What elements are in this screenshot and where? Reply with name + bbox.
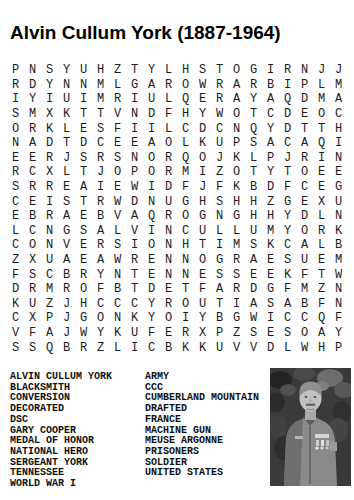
grid-cell: S xyxy=(109,151,126,166)
grid-cell: L xyxy=(109,78,126,93)
grid-cell: O xyxy=(177,297,194,312)
grid-cell: O xyxy=(75,282,92,297)
grid-cell: O xyxy=(160,136,177,151)
grid-cell: I xyxy=(194,165,211,180)
page-title: Alvin Cullum York (1887-1964) xyxy=(10,22,281,44)
grid-cell: B xyxy=(296,297,313,312)
grid-cell: E xyxy=(75,253,92,268)
grid-cell: K xyxy=(177,340,194,355)
grid-cell: I xyxy=(279,78,296,93)
grid-cell: E xyxy=(75,209,92,224)
grid-cell: C xyxy=(92,297,109,312)
grid-cell: R xyxy=(75,267,92,282)
grid-cell: T xyxy=(279,165,296,180)
grid-cell: K xyxy=(279,267,296,282)
grid-cell: K xyxy=(7,297,24,312)
grid-cell: K xyxy=(109,326,126,341)
grid-cell: A xyxy=(262,136,279,151)
grid-cell: L xyxy=(160,92,177,107)
grid-cell: E xyxy=(109,136,126,151)
grid-cell: C xyxy=(7,311,24,326)
grid-cell: C xyxy=(296,180,313,195)
grid-cell: A xyxy=(143,136,160,151)
grid-cell: H xyxy=(228,194,245,209)
grid-cell: E xyxy=(7,209,24,224)
grid-cell: E xyxy=(75,121,92,136)
grid-cell: L xyxy=(7,224,24,239)
grid-cell: R xyxy=(228,282,245,297)
grid-cell: E xyxy=(194,92,211,107)
grid-cell: L xyxy=(160,121,177,136)
grid-cell: R xyxy=(58,282,75,297)
grid-cell: B xyxy=(58,340,75,355)
grid-cell: E xyxy=(126,136,143,151)
grid-cell: F xyxy=(24,326,41,341)
grid-cell: R xyxy=(7,78,24,93)
grid-cell: F xyxy=(177,180,194,195)
wordsearch-grid: PNSYUHZTYLHSTOGIRNJJRDYNNMLGAROWRARBIPLM… xyxy=(7,63,347,355)
grid-cell: L xyxy=(313,209,330,224)
grid-cell: N xyxy=(160,224,177,239)
grid-cell: K xyxy=(228,151,245,166)
grid-cell: Y xyxy=(262,165,279,180)
grid-cell: N xyxy=(177,267,194,282)
grid-cell: J xyxy=(58,151,75,166)
grid-cell: P xyxy=(296,78,313,93)
grid-cell: P xyxy=(7,63,24,78)
grid-cell: V xyxy=(228,340,245,355)
grid-cell: K xyxy=(262,238,279,253)
grid-cell: H xyxy=(262,209,279,224)
grid-cell: K xyxy=(58,107,75,122)
grid-cell: S xyxy=(279,253,296,268)
grid-cell: S xyxy=(228,267,245,282)
grid-cell: A xyxy=(313,326,330,341)
grid-cell: C xyxy=(41,267,58,282)
grid-cell: L xyxy=(245,151,262,166)
grid-cell: C xyxy=(279,311,296,326)
grid-cell: R xyxy=(92,151,109,166)
grid-cell: Y xyxy=(92,267,109,282)
grid-cell: T xyxy=(313,121,330,136)
grid-cell: O xyxy=(143,238,160,253)
grid-cell: D xyxy=(296,92,313,107)
grid-cell: W xyxy=(75,326,92,341)
grid-cell: U xyxy=(75,63,92,78)
grid-cell: A xyxy=(75,180,92,195)
grid-cell: Q xyxy=(279,92,296,107)
grid-cell: W xyxy=(126,180,143,195)
grid-cell: C xyxy=(177,224,194,239)
grid-cell: T xyxy=(75,165,92,180)
grid-cell: R xyxy=(41,151,58,166)
grid-cell: W xyxy=(296,340,313,355)
grid-cell: E xyxy=(143,267,160,282)
grid-cell: K xyxy=(194,136,211,151)
mustache xyxy=(306,404,316,407)
grid-cell: E xyxy=(262,253,279,268)
shoulder-patch xyxy=(330,442,337,451)
grid-cell: G xyxy=(228,209,245,224)
grid-cell: N xyxy=(211,209,228,224)
grid-cell: Y xyxy=(245,92,262,107)
grid-cell: E xyxy=(109,180,126,195)
grid-cell: B xyxy=(245,180,262,195)
grid-cell: E xyxy=(330,165,347,180)
grid-cell: E xyxy=(58,180,75,195)
grid-cell: Y xyxy=(143,63,160,78)
grid-cell: R xyxy=(160,297,177,312)
grid-cell: G xyxy=(75,311,92,326)
grid-cell: T xyxy=(58,136,75,151)
grid-cell: E xyxy=(24,151,41,166)
grid-cell: H xyxy=(330,121,347,136)
grid-cell: U xyxy=(58,92,75,107)
grid-cell: F xyxy=(92,282,109,297)
grid-cell: N xyxy=(160,253,177,268)
grid-cell: P xyxy=(228,136,245,151)
grid-cell: M xyxy=(177,165,194,180)
grid-cell: O xyxy=(143,151,160,166)
grid-cell: G xyxy=(211,253,228,268)
grid-cell: A xyxy=(228,78,245,93)
grid-cell: I xyxy=(126,92,143,107)
grid-cell: Q xyxy=(313,136,330,151)
grid-cell: B xyxy=(160,340,177,355)
grid-cell: E xyxy=(262,326,279,341)
grid-cell: E xyxy=(262,267,279,282)
word-list-item: DSC xyxy=(10,415,145,426)
grid-cell: K xyxy=(126,311,143,326)
grid-cell: M xyxy=(41,282,58,297)
grid-cell: Z xyxy=(211,165,228,180)
word-list-item: FRANCE xyxy=(145,415,271,426)
grid-cell: Z xyxy=(109,63,126,78)
grid-cell: I xyxy=(143,224,160,239)
grid-cell: J xyxy=(211,151,228,166)
grid-cell: L xyxy=(228,224,245,239)
grid-cell: N xyxy=(7,136,24,151)
grid-cell: V xyxy=(7,326,24,341)
grid-cell: N xyxy=(330,297,347,312)
grid-cell: U xyxy=(41,253,58,268)
grid-cell: Q xyxy=(177,92,194,107)
grid-cell: O xyxy=(143,165,160,180)
grid-cell: C xyxy=(143,340,160,355)
grid-cell: I xyxy=(262,311,279,326)
grid-cell: D xyxy=(279,121,296,136)
grid-cell: N xyxy=(143,194,160,209)
grid-cell: B xyxy=(109,282,126,297)
grid-cell: S xyxy=(24,340,41,355)
grid-cell: D xyxy=(143,107,160,122)
grid-cell: R xyxy=(279,63,296,78)
grid-cell: Y xyxy=(58,63,75,78)
grid-cell: I xyxy=(143,121,160,136)
grid-cell: O xyxy=(194,151,211,166)
grid-cell: V xyxy=(245,340,262,355)
grid-cell: A xyxy=(279,297,296,312)
grid-cell: T xyxy=(194,238,211,253)
grid-cell: S xyxy=(245,238,262,253)
grid-cell: Y xyxy=(41,78,58,93)
grid-cell: E xyxy=(313,180,330,195)
grid-cell: X xyxy=(194,326,211,341)
grid-cell: M xyxy=(92,92,109,107)
grid-cell: C xyxy=(177,121,194,136)
grid-cell: U xyxy=(194,297,211,312)
grid-cell: R xyxy=(7,165,24,180)
grid-cell: J xyxy=(92,165,109,180)
grid-cell: E xyxy=(296,107,313,122)
grid-cell: E xyxy=(245,267,262,282)
grid-cell: O xyxy=(194,253,211,268)
grid-cell: F xyxy=(7,267,24,282)
grid-cell: O xyxy=(177,78,194,93)
grid-cell: L xyxy=(313,78,330,93)
grid-cell: N xyxy=(75,78,92,93)
grid-cell: A xyxy=(211,282,228,297)
grid-cell: H xyxy=(177,107,194,122)
grid-cell: Y xyxy=(262,121,279,136)
grid-cell: C xyxy=(262,107,279,122)
grid-cell: T xyxy=(211,63,228,78)
grid-cell: T xyxy=(92,107,109,122)
grid-cell: R xyxy=(24,180,41,195)
grid-cell: W xyxy=(211,107,228,122)
grid-cell: O xyxy=(24,238,41,253)
grid-cell: U xyxy=(330,194,347,209)
grid-cell: E xyxy=(296,194,313,209)
grid-cell: N xyxy=(24,63,41,78)
grid-cell: X xyxy=(313,194,330,209)
grid-cell: A xyxy=(58,209,75,224)
grid-cell: S xyxy=(279,326,296,341)
grid-cell: S xyxy=(7,340,24,355)
grid-cell: N xyxy=(126,107,143,122)
grid-cell: R xyxy=(228,253,245,268)
grid-cell: O xyxy=(296,165,313,180)
grid-cell: Y xyxy=(143,297,160,312)
grid-cell: S xyxy=(24,267,41,282)
grid-cell: L xyxy=(58,165,75,180)
grid-cell: T xyxy=(126,63,143,78)
grid-cell: O xyxy=(109,165,126,180)
grid-cell: U xyxy=(194,224,211,239)
grid-cell: J xyxy=(58,326,75,341)
grid-cell: F xyxy=(143,326,160,341)
grid-cell: D xyxy=(126,194,143,209)
grid-cell: W xyxy=(330,267,347,282)
grid-cell: E xyxy=(160,282,177,297)
word-list-item: ARMY xyxy=(145,372,271,383)
grid-cell: S xyxy=(7,180,24,195)
grid-cell: F xyxy=(211,180,228,195)
grid-cell: A xyxy=(296,136,313,151)
grid-cell: U xyxy=(160,194,177,209)
grid-cell: M xyxy=(330,78,347,93)
grid-cell: Q xyxy=(41,340,58,355)
grid-cell: Y xyxy=(279,224,296,239)
grid-cell: O xyxy=(160,311,177,326)
word-list-item: UNITED STATES xyxy=(145,468,271,479)
grid-cell: A xyxy=(24,136,41,151)
grid-cell: M xyxy=(330,253,347,268)
grid-cell: G xyxy=(330,180,347,195)
grid-cell: X xyxy=(24,253,41,268)
grid-cell: G xyxy=(228,311,245,326)
word-list-right: ARMYCCCCUMBERLAND MOUNTAINDRAFTEDFRANCEM… xyxy=(145,372,271,490)
grid-cell: J xyxy=(58,297,75,312)
grid-cell: D xyxy=(75,136,92,151)
grid-cell: E xyxy=(313,253,330,268)
grid-cell: Z xyxy=(92,340,109,355)
grid-cell: N xyxy=(330,282,347,297)
grid-cell: G xyxy=(262,282,279,297)
grid-cell: I xyxy=(126,340,143,355)
grid-cell: M xyxy=(313,92,330,107)
grid-cell: T xyxy=(75,107,92,122)
word-list-item: WORLD WAR I xyxy=(10,479,145,490)
grid-cell: P xyxy=(41,311,58,326)
grid-cell: A xyxy=(262,92,279,107)
grid-cell: M xyxy=(92,78,109,93)
grid-cell: C xyxy=(24,224,41,239)
grid-cell: F xyxy=(279,180,296,195)
grid-cell: N xyxy=(330,209,347,224)
grid-cell: O xyxy=(313,107,330,122)
grid-cell: O xyxy=(228,165,245,180)
grid-cell: T xyxy=(313,267,330,282)
grid-cell: P xyxy=(211,326,228,341)
grid-cell: Y xyxy=(194,107,211,122)
grid-cell: E xyxy=(75,238,92,253)
grid-cell: D xyxy=(245,282,262,297)
grid-cell: N xyxy=(126,151,143,166)
grid-cell: G xyxy=(194,209,211,224)
grid-cell: D xyxy=(160,180,177,195)
grid-cell: R xyxy=(24,121,41,136)
grid-cell: R xyxy=(211,78,228,93)
grid-cell: B xyxy=(92,209,109,224)
grid-cell: T xyxy=(245,165,262,180)
grid-cell: N xyxy=(160,267,177,282)
grid-cell: N xyxy=(109,267,126,282)
grid-cell: G xyxy=(126,78,143,93)
grid-cell: I xyxy=(313,151,330,166)
grid-cell: R xyxy=(41,209,58,224)
grid-cell: C xyxy=(279,238,296,253)
grid-cell: E xyxy=(160,326,177,341)
york-photo xyxy=(270,368,351,486)
grid-cell: G xyxy=(245,63,262,78)
grid-cell: S xyxy=(75,224,92,239)
grid-cell: L xyxy=(211,224,228,239)
grid-cell: O xyxy=(228,63,245,78)
grid-cell: R xyxy=(160,165,177,180)
grid-cell: T xyxy=(177,282,194,297)
grid-cell: U xyxy=(24,297,41,312)
grid-cell: K xyxy=(41,121,58,136)
grid-cell: D xyxy=(7,282,24,297)
grid-cell: J xyxy=(313,63,330,78)
grid-cell: I xyxy=(41,194,58,209)
grid-cell: N xyxy=(41,238,58,253)
grid-cell: I xyxy=(41,92,58,107)
grid-cell: U xyxy=(143,92,160,107)
grid-cell: B xyxy=(58,267,75,282)
grid-cell: O xyxy=(177,209,194,224)
grid-cell: L xyxy=(109,340,126,355)
grid-cell: R xyxy=(160,209,177,224)
grid-cell: C xyxy=(279,136,296,151)
grid-cell: H xyxy=(245,209,262,224)
grid-cell: P xyxy=(126,165,143,180)
grid-cell: S xyxy=(211,194,228,209)
grid-cell: X xyxy=(41,165,58,180)
grid-cell: A xyxy=(245,253,262,268)
grid-cell: A xyxy=(330,92,347,107)
grid-cell: J xyxy=(58,311,75,326)
grid-cell: R xyxy=(211,92,228,107)
grid-cell: C xyxy=(24,165,41,180)
grid-cell: A xyxy=(245,297,262,312)
grid-cell: W xyxy=(109,194,126,209)
grid-cell: M xyxy=(24,107,41,122)
grid-cell: V xyxy=(109,209,126,224)
grid-cell: R xyxy=(313,224,330,239)
grid-cell: L xyxy=(160,63,177,78)
grid-cell: F xyxy=(330,311,347,326)
eye-right xyxy=(314,396,317,398)
grid-cell: A xyxy=(126,209,143,224)
grid-cell: J xyxy=(194,180,211,195)
grid-cell: P xyxy=(330,340,347,355)
grid-cell: H xyxy=(92,63,109,78)
grid-cell: U xyxy=(126,326,143,341)
grid-cell: A xyxy=(228,92,245,107)
grid-cell: B xyxy=(211,311,228,326)
grid-cell: O xyxy=(7,121,24,136)
word-list-item: DECORATED xyxy=(10,404,145,415)
grid-cell: C xyxy=(109,297,126,312)
grid-cell: R xyxy=(160,78,177,93)
grid-cell: X xyxy=(24,311,41,326)
grid-cell: S xyxy=(245,326,262,341)
grid-cell: C xyxy=(296,311,313,326)
grid-cell: R xyxy=(92,194,109,209)
grid-cell: F xyxy=(279,282,296,297)
grid-cell: D xyxy=(143,282,160,297)
grid-cell: Y xyxy=(143,311,160,326)
grid-cell: H xyxy=(75,297,92,312)
grid-cell: E xyxy=(7,151,24,166)
grid-cell: F xyxy=(194,282,211,297)
grid-cell: C xyxy=(7,238,24,253)
grid-cell: Y xyxy=(92,326,109,341)
grid-cell: D xyxy=(262,180,279,195)
grid-cell: F xyxy=(313,297,330,312)
grid-cell: E xyxy=(143,253,160,268)
grid-cell: A xyxy=(58,253,75,268)
grid-cell: R xyxy=(24,282,41,297)
grid-cell: A xyxy=(143,78,160,93)
grid-cell: N xyxy=(177,253,194,268)
grid-cell: Z xyxy=(313,282,330,297)
grid-cell: K xyxy=(330,224,347,239)
grid-cell: D xyxy=(262,340,279,355)
grid-cell: B xyxy=(262,78,279,93)
